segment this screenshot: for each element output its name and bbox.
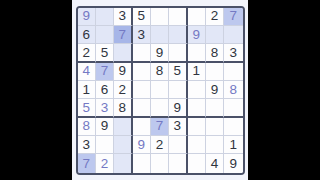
cell-r3c9[interactable]: 3 — [224, 44, 242, 62]
cell-r5c7[interactable] — [188, 81, 206, 99]
cell-r5c4[interactable] — [133, 81, 151, 99]
cell-r2c5[interactable] — [151, 26, 169, 44]
letterbox-bar-left — [0, 0, 72, 180]
cell-r9c1[interactable]: 7 — [78, 154, 96, 172]
cell-r7c2[interactable]: 9 — [96, 118, 114, 136]
cell-r2c1[interactable]: 6 — [78, 26, 96, 44]
cell-r6c3[interactable]: 8 — [114, 99, 132, 117]
cell-r9c5[interactable] — [151, 154, 169, 172]
cell-r5c6[interactable] — [169, 81, 187, 99]
cell-r2c6[interactable] — [169, 26, 187, 44]
cell-r8c4[interactable]: 9 — [133, 136, 151, 154]
cell-r5c1[interactable]: 1 — [78, 81, 96, 99]
cell-r3c7[interactable] — [188, 44, 206, 62]
cell-r4c2[interactable]: 7 — [96, 63, 114, 81]
cell-r1c4[interactable]: 5 — [133, 8, 151, 26]
cell-r4c7[interactable]: 1 — [188, 63, 206, 81]
cell-r2c4[interactable]: 3 — [133, 26, 151, 44]
cell-r5c5[interactable] — [151, 81, 169, 99]
letterbox-bar-right — [248, 0, 320, 180]
cell-r3c2[interactable]: 5 — [96, 44, 114, 62]
cell-r4c9[interactable] — [224, 63, 242, 81]
cell-r6c9[interactable] — [224, 99, 242, 117]
cell-r1c1[interactable]: 9 — [78, 8, 96, 26]
cell-r8c2[interactable] — [96, 136, 114, 154]
cell-r4c6[interactable]: 5 — [169, 63, 187, 81]
cell-r1c2[interactable] — [96, 8, 114, 26]
cell-r6c5[interactable] — [151, 99, 169, 117]
cell-r5c2[interactable]: 6 — [96, 81, 114, 99]
cell-r4c4[interactable] — [133, 63, 151, 81]
cell-r3c6[interactable] — [169, 44, 187, 62]
cell-r2c3[interactable]: 7 — [114, 26, 132, 44]
cell-r8c7[interactable] — [188, 136, 206, 154]
cell-r3c1[interactable]: 2 — [78, 44, 96, 62]
cell-r9c2[interactable]: 2 — [96, 154, 114, 172]
cell-r1c9[interactable]: 7 — [224, 8, 242, 26]
cell-r6c2[interactable]: 3 — [96, 99, 114, 117]
cell-r7c4[interactable] — [133, 118, 151, 136]
cell-r5c3[interactable]: 2 — [114, 81, 132, 99]
cell-r9c7[interactable] — [188, 154, 206, 172]
cell-r4c5[interactable]: 8 — [151, 63, 169, 81]
cell-r5c9[interactable]: 8 — [224, 81, 242, 99]
cell-r2c2[interactable] — [96, 26, 114, 44]
cell-r7c9[interactable] — [224, 118, 242, 136]
cell-r4c8[interactable] — [206, 63, 224, 81]
cell-r8c1[interactable]: 3 — [78, 136, 96, 154]
cell-r9c3[interactable] — [114, 154, 132, 172]
cell-r1c5[interactable] — [151, 8, 169, 26]
cell-r9c4[interactable] — [133, 154, 151, 172]
cell-r8c5[interactable]: 2 — [151, 136, 169, 154]
cell-r6c7[interactable] — [188, 99, 206, 117]
cell-r6c6[interactable]: 9 — [169, 99, 187, 117]
cell-r9c8[interactable]: 4 — [206, 154, 224, 172]
cell-r1c3[interactable]: 3 — [114, 8, 132, 26]
screen-background: 9352767392598347985116298538989733921724… — [0, 0, 320, 180]
cell-r3c8[interactable]: 8 — [206, 44, 224, 62]
cell-r8c8[interactable] — [206, 136, 224, 154]
cell-r1c7[interactable] — [188, 8, 206, 26]
cell-r5c8[interactable]: 9 — [206, 81, 224, 99]
cell-r3c4[interactable] — [133, 44, 151, 62]
cell-r4c1[interactable]: 4 — [78, 63, 96, 81]
cell-r8c6[interactable] — [169, 136, 187, 154]
cell-r9c9[interactable]: 9 — [224, 154, 242, 172]
sudoku-board: 9352767392598347985116298538989733921724… — [76, 6, 245, 175]
cell-r7c7[interactable] — [188, 118, 206, 136]
cell-r7c5[interactable]: 7 — [151, 118, 169, 136]
game-panel: 9352767392598347985116298538989733921724… — [72, 0, 248, 180]
cell-r7c8[interactable] — [206, 118, 224, 136]
cell-r2c8[interactable] — [206, 26, 224, 44]
cell-r1c6[interactable] — [169, 8, 187, 26]
cell-r9c6[interactable] — [169, 154, 187, 172]
cell-r2c9[interactable] — [224, 26, 242, 44]
cell-r3c3[interactable] — [114, 44, 132, 62]
cell-r2c7[interactable]: 9 — [188, 26, 206, 44]
cell-r1c8[interactable]: 2 — [206, 8, 224, 26]
cell-r7c6[interactable]: 3 — [169, 118, 187, 136]
cell-r8c3[interactable] — [114, 136, 132, 154]
cell-r6c1[interactable]: 5 — [78, 99, 96, 117]
cell-r4c3[interactable]: 9 — [114, 63, 132, 81]
cell-r6c4[interactable] — [133, 99, 151, 117]
cell-r7c3[interactable] — [114, 118, 132, 136]
cell-r7c1[interactable]: 8 — [78, 118, 96, 136]
cell-r8c9[interactable]: 1 — [224, 136, 242, 154]
cell-r6c8[interactable] — [206, 99, 224, 117]
cell-r3c5[interactable]: 9 — [151, 44, 169, 62]
